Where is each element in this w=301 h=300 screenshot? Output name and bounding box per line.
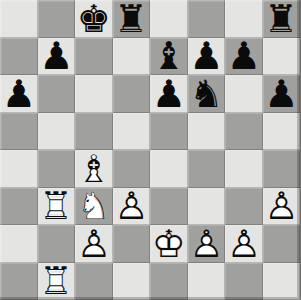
pawn-glyph-fill: ♟: [225, 38, 263, 76]
piece-white-knight[interactable]: ♞♘: [75, 188, 113, 226]
square-g3[interactable]: [225, 188, 263, 226]
square-d8[interactable]: ♜: [113, 0, 151, 38]
square-c3[interactable]: ♞♘: [75, 188, 113, 226]
piece-white-rook[interactable]: ♜♖: [38, 188, 76, 226]
pawn-glyph-outline: ♙: [113, 188, 151, 226]
square-a2[interactable]: [0, 225, 38, 263]
piece-black-knight[interactable]: ♞: [188, 75, 226, 113]
square-a8[interactable]: [0, 0, 38, 38]
square-g8[interactable]: [225, 0, 263, 38]
square-g1[interactable]: [225, 263, 263, 300]
square-g5[interactable]: [225, 113, 263, 151]
square-c7[interactable]: [75, 38, 113, 76]
square-h2[interactable]: [263, 225, 301, 263]
king-glyph-fill: ♚: [75, 0, 113, 38]
piece-black-pawn[interactable]: ♟: [150, 75, 188, 113]
square-b3[interactable]: ♜♖: [38, 188, 76, 226]
rook-glyph-fill: ♜: [263, 0, 301, 38]
piece-black-pawn[interactable]: ♟: [188, 38, 226, 76]
chess-board-grid: ♚♜♜♟♝♟♟♟♟♞♟♝♗♜♖♞♘♟♙♟♙♟♙♚♔♟♙♟♙♜♖: [0, 0, 300, 300]
square-e4[interactable]: [150, 150, 188, 188]
pawn-glyph-fill: ♟: [0, 75, 38, 113]
square-d4[interactable]: [113, 150, 151, 188]
piece-white-rook[interactable]: ♜♖: [38, 263, 76, 300]
square-f3[interactable]: [188, 188, 226, 226]
piece-black-bishop[interactable]: ♝: [150, 38, 188, 76]
piece-white-pawn[interactable]: ♟♙: [263, 188, 301, 226]
piece-white-king[interactable]: ♚♔: [150, 225, 188, 263]
square-a4[interactable]: [0, 150, 38, 188]
square-h7[interactable]: [263, 38, 301, 76]
square-e7[interactable]: ♝: [150, 38, 188, 76]
square-b5[interactable]: [38, 113, 76, 151]
pawn-glyph-outline: ♙: [225, 225, 263, 263]
square-e5[interactable]: [150, 113, 188, 151]
square-d6[interactable]: [113, 75, 151, 113]
chess-board: ♚♜♜♟♝♟♟♟♟♞♟♝♗♜♖♞♘♟♙♟♙♟♙♚♔♟♙♟♙♜♖: [0, 0, 300, 300]
square-h1[interactable]: [263, 263, 301, 300]
square-e6[interactable]: ♟: [150, 75, 188, 113]
square-e1[interactable]: [150, 263, 188, 300]
king-glyph-outline: ♔: [150, 225, 188, 263]
rook-glyph-outline: ♖: [38, 188, 76, 226]
square-c2[interactable]: ♟♙: [75, 225, 113, 263]
square-d2[interactable]: [113, 225, 151, 263]
square-b6[interactable]: [38, 75, 76, 113]
square-g4[interactable]: [225, 150, 263, 188]
square-c1[interactable]: [75, 263, 113, 300]
pawn-glyph-fill: ♟: [263, 75, 301, 113]
square-f6[interactable]: ♞: [188, 75, 226, 113]
square-e2[interactable]: ♚♔: [150, 225, 188, 263]
rook-glyph-outline: ♖: [38, 263, 76, 300]
bishop-glyph-fill: ♝: [150, 38, 188, 76]
pawn-glyph-fill: ♟: [150, 75, 188, 113]
square-a6[interactable]: ♟: [0, 75, 38, 113]
square-a3[interactable]: [0, 188, 38, 226]
square-b4[interactable]: [38, 150, 76, 188]
rook-glyph-fill: ♜: [113, 0, 151, 38]
piece-black-rook[interactable]: ♜: [263, 0, 301, 38]
square-f7[interactable]: ♟: [188, 38, 226, 76]
knight-glyph-outline: ♘: [75, 188, 113, 226]
square-c8[interactable]: ♚: [75, 0, 113, 38]
square-h5[interactable]: [263, 113, 301, 151]
square-f4[interactable]: [188, 150, 226, 188]
square-c4[interactable]: ♝♗: [75, 150, 113, 188]
piece-black-rook[interactable]: ♜: [113, 0, 151, 38]
square-b7[interactable]: ♟: [38, 38, 76, 76]
square-b1[interactable]: ♜♖: [38, 263, 76, 300]
piece-black-king[interactable]: ♚: [75, 0, 113, 38]
square-h6[interactable]: ♟: [263, 75, 301, 113]
square-c5[interactable]: [75, 113, 113, 151]
pawn-glyph-fill: ♟: [38, 38, 76, 76]
square-a7[interactable]: [0, 38, 38, 76]
pawn-glyph-outline: ♙: [188, 225, 226, 263]
square-d5[interactable]: [113, 113, 151, 151]
square-d3[interactable]: ♟♙: [113, 188, 151, 226]
square-f5[interactable]: [188, 113, 226, 151]
square-h3[interactable]: ♟♙: [263, 188, 301, 226]
square-f2[interactable]: ♟♙: [188, 225, 226, 263]
knight-glyph-fill: ♞: [188, 75, 226, 113]
square-c6[interactable]: [75, 75, 113, 113]
square-e3[interactable]: [150, 188, 188, 226]
square-f1[interactable]: [188, 263, 226, 300]
piece-white-pawn[interactable]: ♟♙: [188, 225, 226, 263]
square-h8[interactable]: ♜: [263, 0, 301, 38]
pawn-glyph-fill: ♟: [188, 38, 226, 76]
square-g2[interactable]: ♟♙: [225, 225, 263, 263]
square-a1[interactable]: [0, 263, 38, 300]
piece-black-pawn[interactable]: ♟: [225, 38, 263, 76]
square-b8[interactable]: [38, 0, 76, 38]
piece-black-pawn[interactable]: ♟: [0, 75, 38, 113]
square-b2[interactable]: [38, 225, 76, 263]
pawn-glyph-outline: ♙: [75, 225, 113, 263]
square-d7[interactable]: [113, 38, 151, 76]
pawn-glyph-outline: ♙: [263, 188, 301, 226]
square-g7[interactable]: ♟: [225, 38, 263, 76]
piece-black-pawn[interactable]: ♟: [38, 38, 76, 76]
piece-black-pawn[interactable]: ♟: [263, 75, 301, 113]
square-d1[interactable]: [113, 263, 151, 300]
square-e8[interactable]: [150, 0, 188, 38]
piece-white-pawn[interactable]: ♟♙: [225, 225, 263, 263]
bishop-glyph-outline: ♗: [75, 150, 113, 188]
piece-white-pawn[interactable]: ♟♙: [113, 188, 151, 226]
square-f8[interactable]: [188, 0, 226, 38]
piece-white-bishop[interactable]: ♝♗: [75, 150, 113, 188]
square-h4[interactable]: [263, 150, 301, 188]
square-g6[interactable]: [225, 75, 263, 113]
square-a5[interactable]: [0, 113, 38, 151]
piece-white-pawn[interactable]: ♟♙: [75, 225, 113, 263]
